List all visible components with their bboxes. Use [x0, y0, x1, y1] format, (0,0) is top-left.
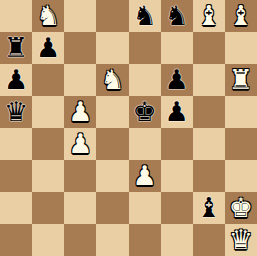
square-c3[interactable]	[64, 160, 96, 192]
square-f8[interactable]: ♞	[161, 0, 193, 32]
square-h3[interactable]	[225, 160, 257, 192]
piece-white-king: ♚	[229, 192, 253, 224]
square-e4[interactable]	[129, 128, 161, 160]
square-c4[interactable]: ♟	[64, 128, 96, 160]
square-a2[interactable]	[0, 192, 32, 224]
square-e6[interactable]	[129, 64, 161, 96]
square-f7[interactable]	[161, 32, 193, 64]
square-c6[interactable]	[64, 64, 96, 96]
square-a5[interactable]: ♛	[0, 96, 32, 128]
square-h6[interactable]: ♜	[225, 64, 257, 96]
piece-black-pawn: ♟	[165, 64, 189, 96]
square-h7[interactable]	[225, 32, 257, 64]
piece-black-king: ♚	[132, 96, 156, 128]
square-e2[interactable]	[129, 192, 161, 224]
square-c2[interactable]	[64, 192, 96, 224]
square-d4[interactable]	[96, 128, 128, 160]
square-d1[interactable]	[96, 224, 128, 256]
square-c1[interactable]	[64, 224, 96, 256]
square-g3[interactable]	[193, 160, 225, 192]
square-b6[interactable]	[32, 64, 64, 96]
square-e5[interactable]: ♚	[129, 96, 161, 128]
square-b4[interactable]	[32, 128, 64, 160]
square-g8[interactable]: ♝	[193, 0, 225, 32]
piece-white-pawn: ♟	[68, 128, 92, 160]
square-a3[interactable]	[0, 160, 32, 192]
square-f3[interactable]	[161, 160, 193, 192]
square-b7[interactable]: ♟	[32, 32, 64, 64]
chess-board: ♞♞♞♝♝♜♟♟♞♟♜♛♟♚♟♟♟♝♚♛	[0, 0, 257, 256]
square-a6[interactable]: ♟	[0, 64, 32, 96]
square-a7[interactable]: ♜	[0, 32, 32, 64]
square-f1[interactable]	[161, 224, 193, 256]
square-h1[interactable]: ♛	[225, 224, 257, 256]
square-a4[interactable]	[0, 128, 32, 160]
piece-black-pawn: ♟	[165, 96, 189, 128]
piece-black-pawn: ♟	[36, 32, 60, 64]
square-d2[interactable]	[96, 192, 128, 224]
square-f2[interactable]	[161, 192, 193, 224]
piece-white-rook: ♜	[229, 64, 253, 96]
square-b8[interactable]: ♞	[32, 0, 64, 32]
square-a1[interactable]	[0, 224, 32, 256]
square-e7[interactable]	[129, 32, 161, 64]
square-d5[interactable]	[96, 96, 128, 128]
square-d6[interactable]: ♞	[96, 64, 128, 96]
piece-black-knight: ♞	[132, 0, 156, 32]
square-b1[interactable]	[32, 224, 64, 256]
square-f4[interactable]	[161, 128, 193, 160]
piece-white-knight: ♞	[36, 0, 60, 32]
square-c5[interactable]: ♟	[64, 96, 96, 128]
piece-white-queen: ♛	[229, 224, 253, 256]
piece-white-pawn: ♟	[68, 96, 92, 128]
square-d7[interactable]	[96, 32, 128, 64]
square-d8[interactable]	[96, 0, 128, 32]
square-g5[interactable]	[193, 96, 225, 128]
square-g4[interactable]	[193, 128, 225, 160]
square-g2[interactable]: ♝	[193, 192, 225, 224]
piece-black-queen: ♛	[4, 96, 28, 128]
square-a8[interactable]	[0, 0, 32, 32]
square-e3[interactable]: ♟	[129, 160, 161, 192]
square-g1[interactable]	[193, 224, 225, 256]
square-h5[interactable]	[225, 96, 257, 128]
square-e8[interactable]: ♞	[129, 0, 161, 32]
square-g6[interactable]	[193, 64, 225, 96]
piece-black-pawn: ♟	[4, 64, 28, 96]
square-g7[interactable]	[193, 32, 225, 64]
square-c8[interactable]	[64, 0, 96, 32]
piece-white-pawn: ♟	[132, 160, 156, 192]
square-h4[interactable]	[225, 128, 257, 160]
square-b5[interactable]	[32, 96, 64, 128]
piece-black-knight: ♞	[165, 0, 189, 32]
square-h8[interactable]: ♝	[225, 0, 257, 32]
piece-white-bishop: ♝	[229, 0, 253, 32]
square-d3[interactable]	[96, 160, 128, 192]
square-b2[interactable]	[32, 192, 64, 224]
piece-white-bishop: ♝	[197, 0, 221, 32]
piece-white-knight: ♞	[100, 64, 124, 96]
square-c7[interactable]	[64, 32, 96, 64]
square-f5[interactable]: ♟	[161, 96, 193, 128]
square-h2[interactable]: ♚	[225, 192, 257, 224]
piece-black-rook: ♜	[4, 32, 28, 64]
square-e1[interactable]	[129, 224, 161, 256]
square-b3[interactable]	[32, 160, 64, 192]
square-f6[interactable]: ♟	[161, 64, 193, 96]
piece-black-bishop: ♝	[197, 192, 221, 224]
